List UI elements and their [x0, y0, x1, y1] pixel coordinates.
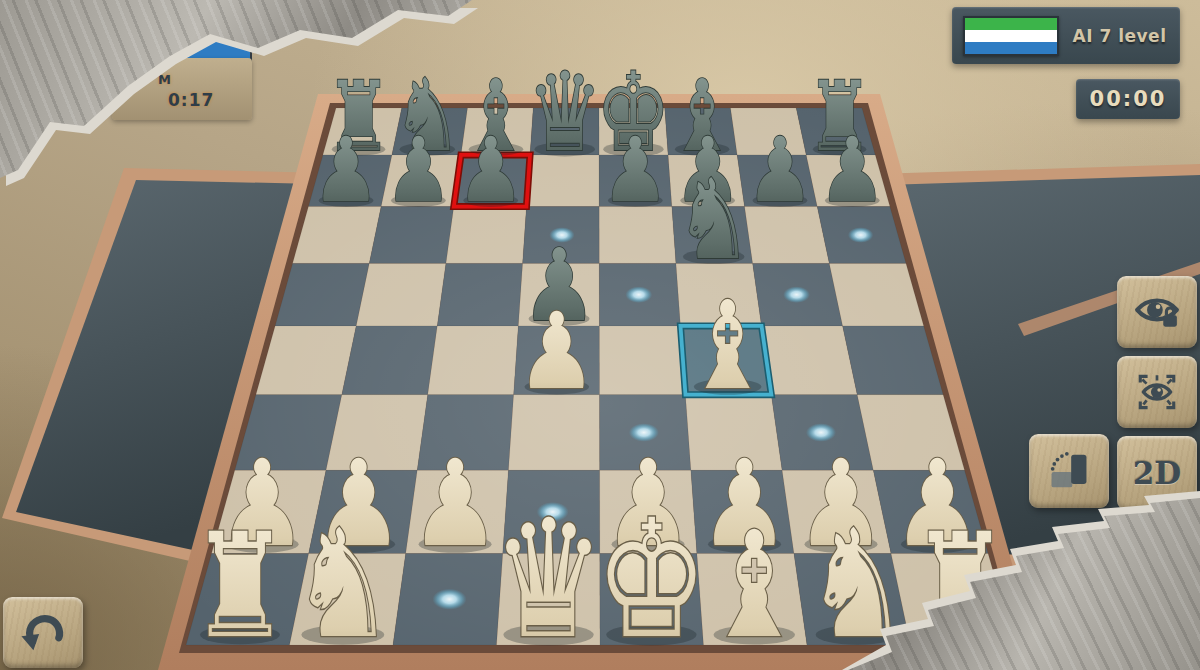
eye-focus-icon — [1134, 369, 1180, 415]
player-timer: 0:17 — [168, 90, 214, 110]
piece-white-queen-d1[interactable]: ♛ — [492, 484, 604, 670]
piece-white-king-e1[interactable]: ♚ — [595, 484, 707, 670]
piece-white-knight-b1[interactable]: ♞ — [291, 497, 394, 670]
opponent-panel: AI 7 level — [952, 7, 1180, 64]
rotate-board-button[interactable] — [1029, 434, 1109, 508]
piece-black-pawn-b7[interactable]: ♟ — [384, 118, 452, 223]
piece-black-knight-f6[interactable]: ♞ — [675, 155, 752, 284]
move-dot-g5[interactable] — [783, 286, 810, 303]
rotate-board-icon — [1045, 447, 1093, 495]
piece-white-rook-a1[interactable]: ♜ — [190, 501, 290, 669]
toggle-2d-label: 2D — [1133, 455, 1181, 491]
piece-white-rook-h1[interactable]: ♜ — [910, 501, 1010, 669]
eye-lock-button[interactable] — [1117, 276, 1197, 348]
player-panel: M 0:17 — [112, 58, 252, 120]
toggle-2d-button[interactable]: 2D — [1117, 436, 1197, 510]
piece-white-pawn-c2[interactable]: ♟ — [410, 434, 501, 573]
game-screen: ♜♞♝♛♚♝♜♟♟♟♟♟♟♟♞♟♟♝♟♟♟♟♟♟♟♜♞♛♚♝♞♜ M 0:17 … — [0, 0, 1200, 670]
piece-black-queen-d8[interactable]: ♛ — [527, 49, 602, 176]
undo-button[interactable] — [3, 597, 83, 668]
piece-black-pawn-a7[interactable]: ♟ — [312, 118, 380, 223]
move-dot-c1[interactable] — [432, 589, 466, 610]
move-dot-h6[interactable] — [848, 227, 873, 243]
eye-focus-button[interactable] — [1117, 356, 1197, 428]
piece-white-bishop-f1[interactable]: ♝ — [704, 499, 805, 670]
piece-black-pawn-h7[interactable]: ♟ — [818, 118, 886, 223]
opponent-timer: 00:00 — [1076, 79, 1180, 119]
player-name: M — [158, 72, 171, 87]
piece-black-pawn-g7[interactable]: ♟ — [746, 118, 814, 223]
piece-white-knight-g1[interactable]: ♞ — [805, 497, 908, 670]
undo-arrow-icon — [20, 610, 66, 656]
opponent-level-label: AI 7 level — [1059, 26, 1180, 46]
sierra-leone-flag-icon — [963, 16, 1059, 56]
piece-black-pawn-e7[interactable]: ♟ — [601, 118, 669, 223]
move-dot-e5[interactable] — [625, 286, 652, 303]
piece-white-pawn-d4[interactable]: ♟ — [517, 290, 597, 413]
piece-white-bishop-f4[interactable]: ♝ — [686, 275, 770, 417]
piece-black-pawn-c7[interactable]: ♟ — [457, 118, 525, 223]
eye-lock-icon — [1134, 289, 1180, 335]
